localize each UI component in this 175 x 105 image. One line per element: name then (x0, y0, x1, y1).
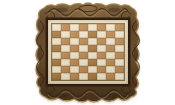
square-d4 (79, 52, 88, 59)
square-a3 (52, 59, 61, 66)
square-e4 (88, 52, 97, 59)
square-c5 (70, 45, 79, 52)
square-d5 (79, 45, 88, 52)
square-a2 (52, 66, 61, 73)
square-d6 (79, 38, 88, 45)
square-h4 (115, 52, 124, 59)
square-a5 (52, 45, 61, 52)
square-f4 (97, 52, 106, 59)
square-b4 (61, 52, 70, 59)
square-f2 (97, 66, 106, 73)
square-c1 (70, 73, 79, 80)
square-f5 (97, 45, 106, 52)
square-g2 (106, 66, 115, 73)
square-c3 (70, 59, 79, 66)
square-a4 (52, 52, 61, 59)
square-c4 (70, 52, 79, 59)
square-c7 (70, 31, 79, 38)
square-h6 (115, 38, 124, 45)
square-h5 (115, 45, 124, 52)
square-e6 (88, 38, 97, 45)
square-d3 (79, 59, 88, 66)
square-a1 (52, 73, 61, 80)
square-f1 (97, 73, 106, 80)
square-e5 (88, 45, 97, 52)
square-c2 (70, 66, 79, 73)
square-h8 (115, 24, 124, 31)
square-c6 (70, 38, 79, 45)
square-a6 (52, 38, 61, 45)
square-b7 (61, 31, 70, 38)
square-e3 (88, 59, 97, 66)
product-photo-carved-chess-board (0, 0, 175, 105)
square-g3 (106, 59, 115, 66)
square-f3 (97, 59, 106, 66)
square-a7 (52, 31, 61, 38)
square-d8 (79, 24, 88, 31)
square-b8 (61, 24, 70, 31)
square-g4 (106, 52, 115, 59)
square-e8 (88, 24, 97, 31)
square-g6 (106, 38, 115, 45)
square-g1 (106, 73, 115, 80)
square-b2 (61, 66, 70, 73)
square-g8 (106, 24, 115, 31)
square-d7 (79, 31, 88, 38)
square-h7 (115, 31, 124, 38)
square-b3 (61, 59, 70, 66)
square-a8 (52, 24, 61, 31)
square-b1 (61, 73, 70, 80)
square-h3 (115, 59, 124, 66)
square-b6 (61, 38, 70, 45)
square-d2 (79, 66, 88, 73)
square-h1 (115, 73, 124, 80)
square-b5 (61, 45, 70, 52)
square-d1 (79, 73, 88, 80)
chess-board (48, 20, 128, 84)
square-e2 (88, 66, 97, 73)
square-c8 (70, 24, 79, 31)
square-e7 (88, 31, 97, 38)
square-e1 (88, 73, 97, 80)
square-f7 (97, 31, 106, 38)
square-g5 (106, 45, 115, 52)
square-g7 (106, 31, 115, 38)
square-f6 (97, 38, 106, 45)
square-f8 (97, 24, 106, 31)
square-h2 (115, 66, 124, 73)
board-grid (51, 23, 125, 81)
